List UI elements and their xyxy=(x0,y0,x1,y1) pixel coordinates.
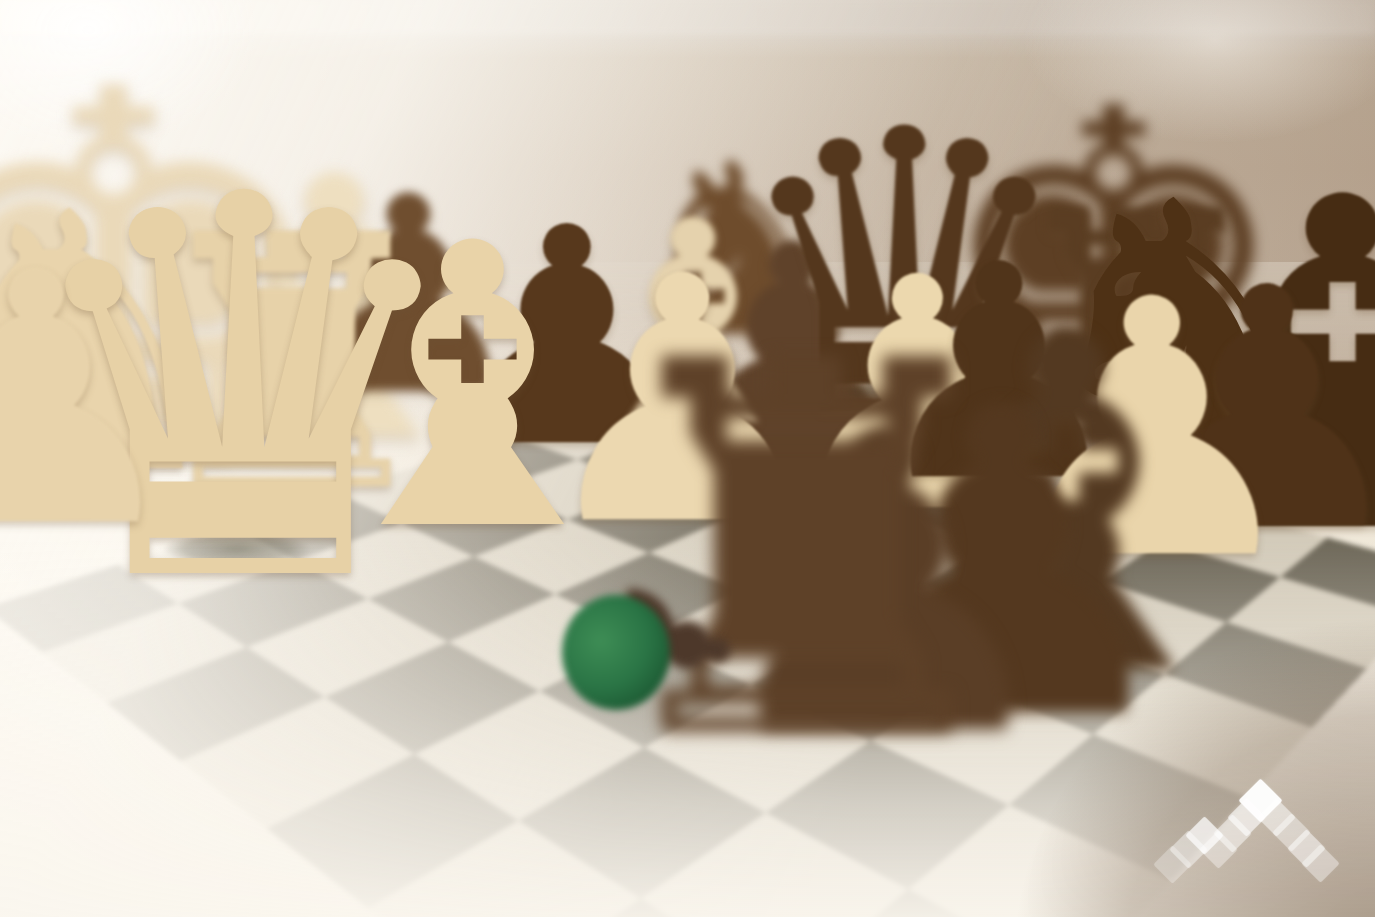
pieces-layer: ♚♝♞♚♜♟♟♛♜♞♛♟♟♝♝♟♟♟♞♝♟♟♝♟♟♜♟ xyxy=(0,0,1375,917)
chess-photo-scene: ♚♝♞♚♜♟♟♛♜♞♛♟♟♝♝♟♟♟♞♝♟♟♝♟♟♜♟ xyxy=(0,0,1375,917)
black-rook-b: ♜ xyxy=(550,296,1063,809)
fallen-pawn-felt-base xyxy=(562,595,670,710)
white-pawn-a: ♟ xyxy=(0,227,210,575)
